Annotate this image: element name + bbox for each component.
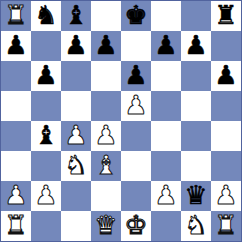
white-knight-g1[interactable]: ♞: [184, 212, 207, 238]
white-pawn-f2[interactable]: ♟: [154, 182, 177, 208]
white-pawn-a2[interactable]: ♟: [4, 182, 27, 208]
square-h7[interactable]: [211, 31, 241, 61]
square-d7[interactable]: ♟: [91, 31, 121, 61]
square-a7[interactable]: ♟: [1, 31, 31, 61]
white-pawn-e5[interactable]: ♟: [124, 92, 147, 118]
square-e3[interactable]: [121, 151, 151, 181]
square-e8[interactable]: ♚: [121, 1, 151, 31]
square-d3[interactable]: ♝: [91, 151, 121, 181]
square-d8[interactable]: [91, 1, 121, 31]
square-f7[interactable]: ♟: [151, 31, 181, 61]
square-g7[interactable]: ♟: [181, 31, 211, 61]
square-b2[interactable]: ♟: [31, 181, 61, 211]
square-f1[interactable]: [151, 211, 181, 241]
square-c1[interactable]: [61, 211, 91, 241]
black-pawn-a7[interactable]: ♟: [4, 32, 27, 58]
square-d4[interactable]: ♟: [91, 121, 121, 151]
square-c7[interactable]: ♟: [61, 31, 91, 61]
square-a1[interactable]: ♜: [1, 211, 31, 241]
square-d1[interactable]: ♛: [91, 211, 121, 241]
square-e4[interactable]: [121, 121, 151, 151]
square-c5[interactable]: [61, 91, 91, 121]
black-rook-h8[interactable]: ♜: [214, 2, 237, 28]
square-g2[interactable]: ♛: [181, 181, 211, 211]
square-h1[interactable]: ♜: [211, 211, 241, 241]
black-pawn-d7[interactable]: ♟: [94, 32, 117, 58]
square-c8[interactable]: ♝: [61, 1, 91, 31]
black-pawn-f7[interactable]: ♟: [154, 32, 177, 58]
square-g3[interactable]: [181, 151, 211, 181]
black-knight-b8[interactable]: ♞: [34, 2, 57, 28]
square-b1[interactable]: [31, 211, 61, 241]
white-bishop-d3[interactable]: ♝: [94, 152, 117, 178]
black-bishop-c8[interactable]: ♝: [64, 2, 87, 28]
square-h5[interactable]: [211, 91, 241, 121]
square-f4[interactable]: [151, 121, 181, 151]
square-a8[interactable]: ♜: [1, 1, 31, 31]
square-h8[interactable]: ♜: [211, 1, 241, 31]
square-c2[interactable]: [61, 181, 91, 211]
square-c4[interactable]: ♟: [61, 121, 91, 151]
white-rook-h1[interactable]: ♜: [214, 212, 237, 238]
square-b6[interactable]: ♟: [31, 61, 61, 91]
square-g6[interactable]: [181, 61, 211, 91]
square-e5[interactable]: ♟: [121, 91, 151, 121]
white-pawn-d4[interactable]: ♟: [94, 122, 117, 148]
black-king-e8[interactable]: ♚: [124, 2, 147, 28]
square-e2[interactable]: [121, 181, 151, 211]
square-b4[interactable]: ♝: [31, 121, 61, 151]
square-e1[interactable]: ♚: [121, 211, 151, 241]
square-a6[interactable]: [1, 61, 31, 91]
square-b7[interactable]: [31, 31, 61, 61]
square-f8[interactable]: [151, 1, 181, 31]
square-h3[interactable]: [211, 151, 241, 181]
white-rook-a8[interactable]: ♜: [4, 2, 27, 28]
square-f5[interactable]: [151, 91, 181, 121]
black-queen-g2[interactable]: ♛: [184, 182, 207, 208]
square-h2[interactable]: ♟: [211, 181, 241, 211]
square-e7[interactable]: [121, 31, 151, 61]
white-knight-c3[interactable]: ♞: [64, 152, 87, 178]
square-f6[interactable]: [151, 61, 181, 91]
black-pawn-e6[interactable]: ♟: [124, 62, 147, 88]
square-f3[interactable]: [151, 151, 181, 181]
square-g5[interactable]: [181, 91, 211, 121]
chess-board: ♜♞♝♚♜♟♟♟♟♟♟♟♟♟♝♟♟♞♝♟♟♟♛♟♜♛♚♞♜: [0, 0, 242, 242]
white-pawn-b2[interactable]: ♟: [34, 182, 57, 208]
square-g1[interactable]: ♞: [181, 211, 211, 241]
square-c3[interactable]: ♞: [61, 151, 91, 181]
square-g4[interactable]: [181, 121, 211, 151]
white-queen-d1[interactable]: ♛: [94, 212, 117, 238]
square-a5[interactable]: [1, 91, 31, 121]
square-h6[interactable]: ♟: [211, 61, 241, 91]
square-e6[interactable]: ♟: [121, 61, 151, 91]
square-d2[interactable]: [91, 181, 121, 211]
square-b3[interactable]: [31, 151, 61, 181]
square-f2[interactable]: ♟: [151, 181, 181, 211]
square-a3[interactable]: [1, 151, 31, 181]
black-pawn-h6[interactable]: ♟: [214, 62, 237, 88]
square-b8[interactable]: ♞: [31, 1, 61, 31]
square-a2[interactable]: ♟: [1, 181, 31, 211]
white-king-e1[interactable]: ♚: [124, 212, 147, 238]
white-pawn-h2[interactable]: ♟: [214, 182, 237, 208]
black-bishop-b4[interactable]: ♝: [34, 122, 57, 148]
square-h4[interactable]: [211, 121, 241, 151]
black-pawn-c7[interactable]: ♟: [64, 32, 87, 58]
black-pawn-g7[interactable]: ♟: [184, 32, 207, 58]
black-pawn-b6[interactable]: ♟: [34, 62, 57, 88]
square-d5[interactable]: [91, 91, 121, 121]
square-a4[interactable]: [1, 121, 31, 151]
white-pawn-c4[interactable]: ♟: [64, 122, 87, 148]
white-rook-a1[interactable]: ♜: [4, 212, 27, 238]
square-b5[interactable]: [31, 91, 61, 121]
square-c6[interactable]: [61, 61, 91, 91]
square-g8[interactable]: [181, 1, 211, 31]
square-d6[interactable]: [91, 61, 121, 91]
